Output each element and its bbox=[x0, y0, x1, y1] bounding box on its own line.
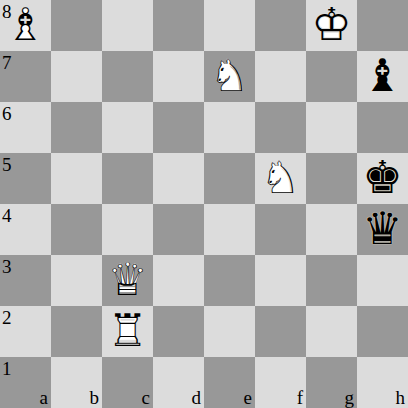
square-c3[interactable]: ♛♕ bbox=[102, 255, 153, 306]
square-a7[interactable]: 7 bbox=[0, 51, 51, 102]
square-c5[interactable] bbox=[102, 153, 153, 204]
square-g1[interactable]: g bbox=[306, 357, 357, 408]
square-b8[interactable] bbox=[51, 0, 102, 51]
black-king[interactable]: ♚ bbox=[357, 153, 408, 204]
rank-label-8: 8 bbox=[2, 2, 12, 21]
square-d4[interactable] bbox=[153, 204, 204, 255]
square-h2[interactable] bbox=[357, 306, 408, 357]
square-g3[interactable] bbox=[306, 255, 357, 306]
file-label-g: g bbox=[345, 388, 355, 407]
square-e7[interactable]: ♞♘ bbox=[204, 51, 255, 102]
square-d6[interactable] bbox=[153, 102, 204, 153]
white-knight[interactable]: ♞♘ bbox=[255, 153, 306, 204]
square-e8[interactable] bbox=[204, 0, 255, 51]
square-g8[interactable]: ♚♔ bbox=[306, 0, 357, 51]
white-king[interactable]: ♚♔ bbox=[306, 0, 357, 51]
square-f4[interactable] bbox=[255, 204, 306, 255]
square-b5[interactable] bbox=[51, 153, 102, 204]
square-d3[interactable] bbox=[153, 255, 204, 306]
white-knight[interactable]: ♞♘ bbox=[204, 51, 255, 102]
square-c2[interactable]: ♜♖ bbox=[102, 306, 153, 357]
square-e2[interactable] bbox=[204, 306, 255, 357]
square-f8[interactable] bbox=[255, 0, 306, 51]
rank-label-1: 1 bbox=[2, 359, 12, 378]
square-c6[interactable] bbox=[102, 102, 153, 153]
square-b6[interactable] bbox=[51, 102, 102, 153]
rank-label-4: 4 bbox=[2, 206, 12, 225]
file-label-a: a bbox=[40, 388, 48, 407]
white-king-outline: ♔ bbox=[306, 0, 357, 51]
square-e1[interactable]: e bbox=[204, 357, 255, 408]
square-g7[interactable] bbox=[306, 51, 357, 102]
square-b1[interactable]: b bbox=[51, 357, 102, 408]
square-f2[interactable] bbox=[255, 306, 306, 357]
square-a8[interactable]: 8♝♗ bbox=[0, 0, 51, 51]
white-knight-outline: ♘ bbox=[204, 51, 255, 102]
rank-label-3: 3 bbox=[2, 257, 12, 276]
black-king-glyph: ♚ bbox=[357, 153, 408, 204]
square-g5[interactable] bbox=[306, 153, 357, 204]
white-queen-outline: ♕ bbox=[102, 255, 153, 306]
black-queen[interactable]: ♛ bbox=[357, 204, 408, 255]
square-h5[interactable]: ♚ bbox=[357, 153, 408, 204]
rank-label-2: 2 bbox=[2, 308, 12, 327]
square-f1[interactable]: f bbox=[255, 357, 306, 408]
file-label-h: h bbox=[396, 388, 406, 407]
square-h7[interactable]: ♝ bbox=[357, 51, 408, 102]
square-d1[interactable]: d bbox=[153, 357, 204, 408]
square-b2[interactable] bbox=[51, 306, 102, 357]
square-d2[interactable] bbox=[153, 306, 204, 357]
square-e5[interactable] bbox=[204, 153, 255, 204]
square-g2[interactable] bbox=[306, 306, 357, 357]
square-e4[interactable] bbox=[204, 204, 255, 255]
square-e6[interactable] bbox=[204, 102, 255, 153]
white-queen[interactable]: ♛♕ bbox=[102, 255, 153, 306]
square-b4[interactable] bbox=[51, 204, 102, 255]
square-h6[interactable] bbox=[357, 102, 408, 153]
square-f3[interactable] bbox=[255, 255, 306, 306]
square-e3[interactable] bbox=[204, 255, 255, 306]
square-d8[interactable] bbox=[153, 0, 204, 51]
file-label-d: d bbox=[192, 388, 202, 407]
square-b3[interactable] bbox=[51, 255, 102, 306]
black-bishop[interactable]: ♝ bbox=[357, 51, 408, 102]
square-a1[interactable]: 1a bbox=[0, 357, 51, 408]
white-rook-outline: ♖ bbox=[102, 306, 153, 357]
square-h4[interactable]: ♛ bbox=[357, 204, 408, 255]
square-a6[interactable]: 6 bbox=[0, 102, 51, 153]
square-a2[interactable]: 2 bbox=[0, 306, 51, 357]
square-b7[interactable] bbox=[51, 51, 102, 102]
file-label-c: c bbox=[142, 388, 150, 407]
square-c4[interactable] bbox=[102, 204, 153, 255]
square-a4[interactable]: 4 bbox=[0, 204, 51, 255]
square-d5[interactable] bbox=[153, 153, 204, 204]
file-label-e: e bbox=[244, 388, 252, 407]
square-g6[interactable] bbox=[306, 102, 357, 153]
square-h1[interactable]: h bbox=[357, 357, 408, 408]
file-label-f: f bbox=[297, 388, 303, 407]
square-h8[interactable] bbox=[357, 0, 408, 51]
file-label-b: b bbox=[90, 388, 100, 407]
square-f6[interactable] bbox=[255, 102, 306, 153]
square-g4[interactable] bbox=[306, 204, 357, 255]
square-a3[interactable]: 3 bbox=[0, 255, 51, 306]
black-queen-glyph: ♛ bbox=[357, 204, 408, 255]
rank-label-7: 7 bbox=[2, 53, 12, 72]
square-h3[interactable] bbox=[357, 255, 408, 306]
square-a5[interactable]: 5 bbox=[0, 153, 51, 204]
white-knight-outline: ♘ bbox=[255, 153, 306, 204]
square-d7[interactable] bbox=[153, 51, 204, 102]
rank-label-5: 5 bbox=[2, 155, 12, 174]
square-c7[interactable] bbox=[102, 51, 153, 102]
square-c1[interactable]: c bbox=[102, 357, 153, 408]
chess-board: 8♝♗♚♔7♞♘♝65♞♘♚4♛3♛♕2♜♖1abcdefgh bbox=[0, 0, 408, 408]
black-bishop-glyph: ♝ bbox=[357, 51, 408, 102]
square-f7[interactable] bbox=[255, 51, 306, 102]
square-c8[interactable] bbox=[102, 0, 153, 51]
white-rook[interactable]: ♜♖ bbox=[102, 306, 153, 357]
rank-label-6: 6 bbox=[2, 104, 12, 123]
square-f5[interactable]: ♞♘ bbox=[255, 153, 306, 204]
